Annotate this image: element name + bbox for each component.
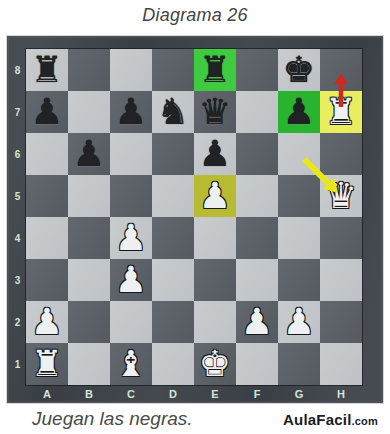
white-pawn-e5: ♟	[199, 175, 231, 217]
black-pawn-e6: ♟	[199, 133, 231, 175]
square-e6: ♟	[194, 133, 236, 175]
square-b3	[68, 259, 110, 301]
square-b2	[68, 301, 110, 343]
black-pawn-b6: ♟	[73, 133, 105, 175]
square-d7: ♞	[152, 91, 194, 133]
square-h3	[320, 259, 362, 301]
file-label-g: G	[278, 385, 320, 402]
square-h6	[320, 133, 362, 175]
square-d4	[152, 217, 194, 259]
square-e4	[194, 217, 236, 259]
square-f6	[236, 133, 278, 175]
rank-label-1: 1	[10, 343, 25, 385]
square-e5: ♟	[194, 175, 236, 217]
square-b4	[68, 217, 110, 259]
white-bishop-c1: ♝	[115, 343, 147, 385]
white-pawn-g2: ♟	[283, 301, 315, 343]
square-d8	[152, 49, 194, 91]
square-d6	[152, 133, 194, 175]
square-g8: ♚	[278, 49, 320, 91]
square-h1	[320, 343, 362, 385]
square-g4	[278, 217, 320, 259]
rank-label-6: 6	[10, 133, 25, 175]
square-e3	[194, 259, 236, 301]
rank-label-5: 5	[10, 175, 25, 217]
board-grid: ♜♜♚♟♟♞♛♟♜♟♟♟♛♟♟♟♟♟♜♝♚	[26, 49, 362, 385]
file-label-c: C	[110, 385, 152, 402]
square-e2	[194, 301, 236, 343]
square-f4	[236, 217, 278, 259]
square-f2: ♟	[236, 301, 278, 343]
square-e7: ♛	[194, 91, 236, 133]
square-a6	[26, 133, 68, 175]
file-label-d: D	[152, 385, 194, 402]
file-labels: ABCDEFGH	[26, 385, 362, 402]
square-c7: ♟	[110, 91, 152, 133]
white-pawn-a2: ♟	[31, 301, 63, 343]
file-label-e: E	[194, 385, 236, 402]
file-label-f: F	[236, 385, 278, 402]
black-queen-e7: ♛	[199, 91, 231, 133]
rank-label-7: 7	[10, 91, 25, 133]
square-g2: ♟	[278, 301, 320, 343]
chess-board: 87654321 ♜♜♚♟♟♞♛♟♜♟♟♟♛♟♟♟♟♟♜♝♚ ABCDEFGH	[7, 36, 383, 403]
rank-labels: 87654321	[10, 49, 25, 385]
square-c6	[110, 133, 152, 175]
square-f3	[236, 259, 278, 301]
square-f7	[236, 91, 278, 133]
square-d5	[152, 175, 194, 217]
square-a4	[26, 217, 68, 259]
black-king-g8: ♚	[283, 49, 315, 91]
square-b8	[68, 49, 110, 91]
square-c1: ♝	[110, 343, 152, 385]
square-c4: ♟	[110, 217, 152, 259]
square-a2: ♟	[26, 301, 68, 343]
white-pawn-c4: ♟	[115, 217, 147, 259]
diagram-title: Diagrama 26	[0, 5, 390, 26]
rank-label-2: 2	[10, 301, 25, 343]
square-h8	[320, 49, 362, 91]
square-c5	[110, 175, 152, 217]
brand-name: AulaFacil	[283, 411, 352, 428]
aulafacil-logo: AulaFacil.com	[283, 411, 378, 428]
square-a1: ♜	[26, 343, 68, 385]
black-rook-a8: ♜	[31, 49, 63, 91]
square-g5	[278, 175, 320, 217]
file-label-b: B	[68, 385, 110, 402]
square-a3	[26, 259, 68, 301]
square-c2	[110, 301, 152, 343]
square-g1	[278, 343, 320, 385]
rank-label-8: 8	[10, 49, 25, 91]
square-g6	[278, 133, 320, 175]
square-b5	[68, 175, 110, 217]
square-h2	[320, 301, 362, 343]
square-a8: ♜	[26, 49, 68, 91]
square-h7: ♜	[320, 91, 362, 133]
black-rook-e8: ♜	[199, 49, 231, 91]
square-f5	[236, 175, 278, 217]
white-pawn-f2: ♟	[241, 301, 273, 343]
white-pawn-c3: ♟	[115, 259, 147, 301]
white-queen-h5: ♛	[325, 175, 357, 217]
square-d3	[152, 259, 194, 301]
square-b6: ♟	[68, 133, 110, 175]
square-d1	[152, 343, 194, 385]
white-rook-a1: ♜	[31, 343, 63, 385]
square-h5: ♛	[320, 175, 362, 217]
square-c3: ♟	[110, 259, 152, 301]
black-pawn-c7: ♟	[115, 91, 147, 133]
square-g3	[278, 259, 320, 301]
square-a5	[26, 175, 68, 217]
brand-tld: .com	[352, 415, 378, 427]
side-to-move-caption: Juegan las negras.	[32, 408, 193, 430]
square-b7	[68, 91, 110, 133]
file-label-h: H	[320, 385, 362, 402]
file-label-a: A	[26, 385, 68, 402]
square-f8	[236, 49, 278, 91]
black-pawn-g7: ♟	[283, 91, 315, 133]
rank-label-4: 4	[10, 217, 25, 259]
black-pawn-a7: ♟	[31, 91, 63, 133]
white-rook-h7: ♜	[325, 91, 357, 133]
square-e1: ♚	[194, 343, 236, 385]
square-c8	[110, 49, 152, 91]
square-b1	[68, 343, 110, 385]
square-f1	[236, 343, 278, 385]
square-a7: ♟	[26, 91, 68, 133]
rank-label-3: 3	[10, 259, 25, 301]
white-king-e1: ♚	[199, 343, 231, 385]
square-e8: ♜	[194, 49, 236, 91]
square-d2	[152, 301, 194, 343]
square-g7: ♟	[278, 91, 320, 133]
square-h4	[320, 217, 362, 259]
black-knight-d7: ♞	[157, 91, 189, 133]
